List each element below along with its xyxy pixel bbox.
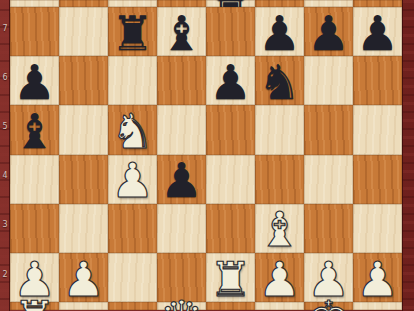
square-h5[interactable] (353, 105, 402, 154)
square-c4[interactable]: ♟ (108, 155, 157, 204)
white-rook-piece[interactable]: ♜ (209, 255, 252, 303)
square-a8[interactable] (10, 0, 59, 7)
square-h7[interactable]: ♟ (353, 7, 402, 56)
square-c1[interactable] (108, 302, 157, 310)
square-e5[interactable] (206, 105, 255, 154)
white-king-piece[interactable]: ♚ (307, 294, 350, 311)
rank-label-2: 2 (0, 250, 10, 299)
square-d5[interactable] (157, 105, 206, 154)
white-rook-piece[interactable]: ♜ (13, 294, 56, 311)
square-a1[interactable]: ♜ (10, 302, 59, 310)
square-g4[interactable] (304, 155, 353, 204)
black-pawn-piece[interactable]: ♟ (258, 9, 301, 57)
square-e4[interactable] (206, 155, 255, 204)
square-b6[interactable] (59, 56, 108, 105)
rank-label-3: 3 (0, 201, 10, 250)
white-pawn-piece[interactable]: ♟ (356, 255, 399, 303)
square-f6[interactable]: ♞ (255, 56, 304, 105)
square-a4[interactable] (10, 155, 59, 204)
square-f1[interactable] (255, 302, 304, 310)
white-pawn-piece[interactable]: ♟ (111, 156, 154, 204)
white-pawn-piece[interactable]: ♟ (258, 255, 301, 303)
square-g3[interactable] (304, 204, 353, 253)
square-a5[interactable]: ♝ (10, 105, 59, 154)
rank-label-6: 6 (0, 53, 10, 102)
white-queen-piece[interactable]: ♛ (160, 294, 203, 311)
square-d1[interactable]: ♛ (157, 302, 206, 310)
square-e3[interactable] (206, 204, 255, 253)
black-rook-piece[interactable]: ♜ (111, 9, 154, 57)
square-e2[interactable]: ♜ (206, 253, 255, 302)
square-g6[interactable] (304, 56, 353, 105)
rank-coordinates-strip: 765432 (0, 0, 10, 311)
square-h4[interactable] (353, 155, 402, 204)
black-knight-piece[interactable]: ♞ (258, 58, 301, 106)
square-f5[interactable] (255, 105, 304, 154)
rank-label-5: 5 (0, 102, 10, 151)
square-e8[interactable]: ♚ (206, 0, 255, 7)
white-bishop-piece[interactable]: ♝ (258, 205, 301, 253)
square-c5[interactable]: ♞ (108, 105, 157, 154)
chess-board: ♚♜♝♟♟♟♟♟♞♝♞♟♟♝♟♟♜♟♟♟♜♛♚ (10, 0, 402, 311)
square-g1[interactable]: ♚ (304, 302, 353, 310)
square-d4[interactable]: ♟ (157, 155, 206, 204)
square-f7[interactable]: ♟ (255, 7, 304, 56)
square-b7[interactable] (59, 7, 108, 56)
square-b3[interactable] (59, 204, 108, 253)
square-c3[interactable] (108, 204, 157, 253)
square-h6[interactable] (353, 56, 402, 105)
square-d3[interactable] (157, 204, 206, 253)
square-c2[interactable] (108, 253, 157, 302)
black-pawn-piece[interactable]: ♟ (356, 9, 399, 57)
square-f2[interactable]: ♟ (255, 253, 304, 302)
square-f3[interactable]: ♝ (255, 204, 304, 253)
black-pawn-piece[interactable]: ♟ (209, 58, 252, 106)
black-pawn-piece[interactable]: ♟ (13, 58, 56, 106)
square-g5[interactable] (304, 105, 353, 154)
square-a3[interactable] (10, 204, 59, 253)
rank-label-1 (0, 299, 10, 307)
square-e7[interactable] (206, 7, 255, 56)
white-pawn-piece[interactable]: ♟ (62, 255, 105, 303)
square-b8[interactable] (59, 0, 108, 7)
black-pawn-piece[interactable]: ♟ (307, 9, 350, 57)
square-h2[interactable]: ♟ (353, 253, 402, 302)
rank-label-4: 4 (0, 152, 10, 201)
square-e1[interactable] (206, 302, 255, 310)
square-g7[interactable]: ♟ (304, 7, 353, 56)
chess-board-screenshot: 765432 ♚♜♝♟♟♟♟♟♞♝♞♟♟♝♟♟♜♟♟♟♜♛♚ (0, 0, 414, 311)
black-bishop-piece[interactable]: ♝ (13, 107, 56, 155)
rank-label-7: 7 (0, 4, 10, 53)
square-h3[interactable] (353, 204, 402, 253)
square-b1[interactable] (59, 302, 108, 310)
square-b5[interactable] (59, 105, 108, 154)
square-c6[interactable] (108, 56, 157, 105)
square-b4[interactable] (59, 155, 108, 204)
square-f4[interactable] (255, 155, 304, 204)
square-a7[interactable] (10, 7, 59, 56)
square-e6[interactable]: ♟ (206, 56, 255, 105)
square-h1[interactable] (353, 302, 402, 310)
square-d7[interactable]: ♝ (157, 7, 206, 56)
square-b2[interactable]: ♟ (59, 253, 108, 302)
black-pawn-piece[interactable]: ♟ (160, 156, 203, 204)
white-knight-piece[interactable]: ♞ (111, 107, 154, 155)
square-a6[interactable]: ♟ (10, 56, 59, 105)
square-d6[interactable] (157, 56, 206, 105)
square-c7[interactable]: ♜ (108, 7, 157, 56)
black-bishop-piece[interactable]: ♝ (160, 9, 203, 57)
